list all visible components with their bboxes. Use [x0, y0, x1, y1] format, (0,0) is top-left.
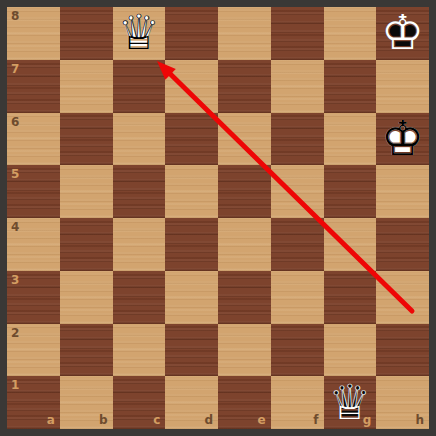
square-f5[interactable]: [271, 165, 324, 218]
square-a4[interactable]: 4: [7, 218, 60, 271]
chess-board: 8♛♕♚♔76♚♔54321abcdefg♛♕h: [7, 7, 429, 429]
square-d8[interactable]: [165, 7, 218, 60]
square-f3[interactable]: [271, 271, 324, 324]
square-c7[interactable]: [113, 60, 166, 113]
square-c1[interactable]: c: [113, 376, 166, 429]
square-b8[interactable]: [60, 7, 113, 60]
square-d1[interactable]: d: [165, 376, 218, 429]
piece-white-king-h6[interactable]: ♚♔: [376, 113, 429, 166]
black-king-outline: ♔: [376, 8, 429, 56]
square-b5[interactable]: [60, 165, 113, 218]
square-e4[interactable]: [218, 218, 271, 271]
rank-label-1: 1: [11, 379, 19, 391]
square-h8[interactable]: ♚♔: [376, 7, 429, 60]
file-label-e: e: [258, 414, 266, 426]
square-f2[interactable]: [271, 324, 324, 377]
square-a8[interactable]: 8: [7, 7, 60, 60]
square-b7[interactable]: [60, 60, 113, 113]
rank-label-5: 5: [11, 168, 19, 180]
square-d6[interactable]: [165, 113, 218, 166]
square-d3[interactable]: [165, 271, 218, 324]
square-a7[interactable]: 7: [7, 60, 60, 113]
file-label-c: c: [153, 414, 160, 426]
white-king-outline: ♔: [376, 113, 429, 161]
square-a1[interactable]: 1a: [7, 376, 60, 429]
square-f8[interactable]: [271, 7, 324, 60]
square-b4[interactable]: [60, 218, 113, 271]
piece-white-queen-c8[interactable]: ♛♕: [113, 7, 166, 60]
square-e1[interactable]: e: [218, 376, 271, 429]
white-queen-outline: ♕: [113, 8, 166, 56]
file-label-b: b: [99, 414, 108, 426]
file-label-d: d: [204, 414, 213, 426]
square-g1[interactable]: g♛♕: [324, 376, 377, 429]
rank-label-3: 3: [11, 274, 19, 286]
rank-label-6: 6: [11, 116, 19, 128]
square-a6[interactable]: 6: [7, 113, 60, 166]
square-f7[interactable]: [271, 60, 324, 113]
square-b1[interactable]: b: [60, 376, 113, 429]
square-d2[interactable]: [165, 324, 218, 377]
square-e8[interactable]: [218, 7, 271, 60]
square-a5[interactable]: 5: [7, 165, 60, 218]
square-h2[interactable]: [376, 324, 429, 377]
square-f1[interactable]: f: [271, 376, 324, 429]
square-g5[interactable]: [324, 165, 377, 218]
piece-black-king-h8[interactable]: ♚♔: [376, 7, 429, 60]
square-d7[interactable]: [165, 60, 218, 113]
rank-label-7: 7: [11, 63, 19, 75]
square-h1[interactable]: h: [376, 376, 429, 429]
square-a3[interactable]: 3: [7, 271, 60, 324]
file-label-a: a: [47, 414, 55, 426]
square-b3[interactable]: [60, 271, 113, 324]
square-c2[interactable]: [113, 324, 166, 377]
square-g2[interactable]: [324, 324, 377, 377]
square-e5[interactable]: [218, 165, 271, 218]
square-c5[interactable]: [113, 165, 166, 218]
square-e7[interactable]: [218, 60, 271, 113]
square-b6[interactable]: [60, 113, 113, 166]
black-queen-outline: ♕: [324, 377, 377, 425]
square-g6[interactable]: [324, 113, 377, 166]
square-e2[interactable]: [218, 324, 271, 377]
board-frame: 8♛♕♚♔76♚♔54321abcdefg♛♕h: [0, 0, 436, 436]
square-f6[interactable]: [271, 113, 324, 166]
square-h4[interactable]: [376, 218, 429, 271]
square-c6[interactable]: [113, 113, 166, 166]
white-king-silhouette: ♚: [376, 113, 429, 161]
black-queen-silhouette: ♛: [324, 377, 377, 425]
file-label-h: h: [415, 414, 424, 426]
square-h7[interactable]: [376, 60, 429, 113]
black-king-silhouette: ♚: [376, 8, 429, 56]
square-c4[interactable]: [113, 218, 166, 271]
square-g3[interactable]: [324, 271, 377, 324]
square-a2[interactable]: 2: [7, 324, 60, 377]
square-h3[interactable]: [376, 271, 429, 324]
rank-label-4: 4: [11, 221, 19, 233]
square-c3[interactable]: [113, 271, 166, 324]
piece-black-queen-g1[interactable]: ♛♕: [324, 376, 377, 429]
square-g4[interactable]: [324, 218, 377, 271]
rank-label-8: 8: [11, 10, 19, 22]
square-d5[interactable]: [165, 165, 218, 218]
square-e6[interactable]: [218, 113, 271, 166]
square-h5[interactable]: [376, 165, 429, 218]
file-label-f: f: [313, 414, 318, 426]
square-d4[interactable]: [165, 218, 218, 271]
square-b2[interactable]: [60, 324, 113, 377]
square-e3[interactable]: [218, 271, 271, 324]
square-f4[interactable]: [271, 218, 324, 271]
square-g8[interactable]: [324, 7, 377, 60]
square-h6[interactable]: ♚♔: [376, 113, 429, 166]
white-queen-silhouette: ♛: [113, 8, 166, 56]
square-c8[interactable]: ♛♕: [113, 7, 166, 60]
rank-label-2: 2: [11, 327, 19, 339]
square-g7[interactable]: [324, 60, 377, 113]
